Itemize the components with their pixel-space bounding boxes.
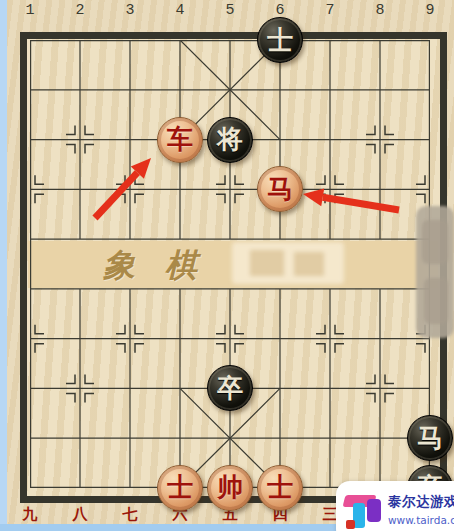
site-watermark-card[interactable]: 泰尔达游戏网 www.tairda.com xyxy=(336,481,454,531)
blurred-side-watermark xyxy=(416,206,454,338)
tairda-logo-icon xyxy=(344,494,384,531)
piece-black-advisor[interactable]: 士 xyxy=(257,17,303,63)
site-url: www.tairda.com xyxy=(388,514,454,526)
piece-black-general[interactable]: 将 xyxy=(207,117,253,163)
piece-black-horse[interactable]: 马 xyxy=(407,415,453,461)
xiangqi-screenshot: 123456789 象棋 士车将马卒马卒士帅士 泰尔达游戏网 xyxy=(0,0,454,531)
piece-red-advisor[interactable]: 士 xyxy=(157,465,203,511)
pieces-layer: 士车将马卒马卒士帅士 xyxy=(5,15,454,513)
piece-red-king[interactable]: 帅 xyxy=(207,465,253,511)
piece-black-soldier[interactable]: 卒 xyxy=(207,365,253,411)
piece-red-chariot[interactable]: 车 xyxy=(157,117,203,163)
piece-red-horse[interactable]: 马 xyxy=(257,166,303,212)
site-name: 泰尔达游戏网 xyxy=(388,493,454,511)
piece-red-advisor[interactable]: 士 xyxy=(257,465,303,511)
